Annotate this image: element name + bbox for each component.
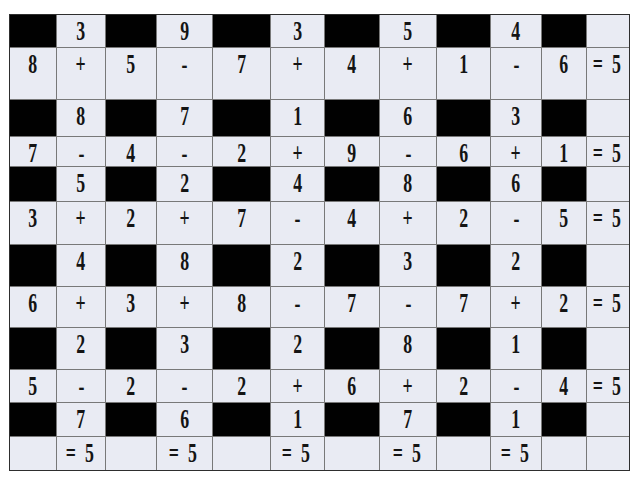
black-cell [106, 245, 156, 286]
number-cell: 8 [213, 287, 270, 327]
cell-text: + [511, 138, 521, 166]
cell-text: 3 [404, 246, 413, 276]
empty-cell [106, 437, 156, 470]
cell-text: 9 [348, 138, 357, 166]
black-cell [325, 100, 379, 136]
black-cell [542, 403, 586, 436]
number-cell: 7 [213, 202, 270, 244]
cell-text: 2 [512, 246, 521, 276]
cell-text: + [511, 288, 521, 318]
black-cell [213, 328, 270, 369]
black-cell [10, 245, 56, 286]
cell-text: 1 [293, 101, 302, 131]
cell-text: + [403, 371, 413, 401]
number-cell: 6 [10, 287, 56, 327]
number-cell: 6 [380, 100, 436, 136]
black-cell [437, 167, 490, 201]
cell-text: 2 [127, 203, 136, 233]
empty-cell [213, 437, 270, 470]
black-cell [542, 15, 586, 47]
empty-cell [587, 437, 629, 470]
number-cell: 6 [491, 167, 541, 201]
number-cell: 4 [325, 48, 379, 99]
cell-text: = 5 [393, 438, 423, 468]
cell-text: 5 [560, 203, 569, 233]
number-cell: 1 [491, 403, 541, 436]
black-cell [542, 245, 586, 286]
empty-cell [10, 437, 56, 470]
cell-text: 7 [459, 288, 468, 318]
black-cell [106, 328, 156, 369]
cell-text: = 5 [282, 438, 312, 468]
operator-cell: - [491, 202, 541, 244]
cell-text: - [405, 288, 411, 318]
operator-cell: - [380, 287, 436, 327]
number-cell: 4 [491, 15, 541, 47]
empty-cell [437, 437, 490, 470]
cell-text: - [513, 371, 519, 401]
number-cell: 2 [437, 370, 490, 402]
number-cell: 7 [325, 287, 379, 327]
cell-text: 2 [127, 371, 136, 401]
cell-text: 1 [512, 329, 521, 359]
number-cell: 2 [542, 287, 586, 327]
number-cell: 7 [157, 100, 212, 136]
cell-text: 4 [293, 168, 302, 198]
black-cell [325, 245, 379, 286]
number-cell: 6 [157, 403, 212, 436]
cell-text: 6 [404, 101, 413, 131]
empty-cell [325, 437, 379, 470]
black-cell [213, 167, 270, 201]
number-cell: 4 [542, 370, 586, 402]
cell-text: 9 [180, 16, 189, 46]
cell-text: = 5 [169, 438, 199, 468]
cell-text: 7 [29, 138, 38, 166]
black-cell [437, 245, 490, 286]
cell-text: 3 [127, 288, 136, 318]
number-cell: 1 [271, 403, 324, 436]
cell-text: 6 [180, 404, 189, 434]
cell-text: 6 [348, 371, 357, 401]
equals-cell: = 5 [271, 437, 324, 470]
black-cell [437, 100, 490, 136]
black-cell [10, 100, 56, 136]
number-cell: 5 [57, 167, 105, 201]
number-cell: 2 [106, 202, 156, 244]
cell-text: + [292, 371, 302, 401]
cell-text: 1 [459, 49, 468, 79]
number-cell: 3 [491, 100, 541, 136]
operator-cell: - [57, 137, 105, 166]
cell-text: 2 [459, 371, 468, 401]
equals-cell: = 5 [587, 370, 629, 402]
number-cell: 3 [106, 287, 156, 327]
cell-text: 8 [404, 168, 413, 198]
number-cell: 2 [157, 167, 212, 201]
operator-cell: - [157, 370, 212, 402]
cell-text: 7 [237, 203, 246, 233]
cell-text: 4 [512, 16, 521, 46]
number-cell: 2 [57, 328, 105, 369]
operator-cell: + [57, 202, 105, 244]
number-cell: 8 [57, 100, 105, 136]
operator-cell: + [271, 137, 324, 166]
cell-text: 2 [180, 168, 189, 198]
operator-cell: - [157, 48, 212, 99]
cell-text: 4 [560, 371, 569, 401]
empty-cell [587, 403, 629, 436]
equals-cell: = 5 [587, 202, 629, 244]
number-cell: 2 [271, 328, 324, 369]
operator-cell: + [491, 287, 541, 327]
operator-cell: + [271, 370, 324, 402]
cell-text: + [76, 288, 86, 318]
cell-text: 8 [77, 101, 86, 131]
operator-cell: + [271, 48, 324, 99]
number-cell: 6 [437, 137, 490, 166]
cell-text: 3 [29, 203, 38, 233]
operator-cell: - [491, 370, 541, 402]
cell-text: 1 [293, 404, 302, 434]
cell-text: 6 [29, 288, 38, 318]
cell-text: = 5 [593, 371, 623, 401]
number-cell: 8 [380, 328, 436, 369]
equals-cell: = 5 [587, 287, 629, 327]
black-cell [437, 328, 490, 369]
black-cell [213, 100, 270, 136]
cell-text: 1 [560, 138, 569, 166]
cell-text: 6 [459, 138, 468, 166]
number-cell: 1 [542, 137, 586, 166]
operator-cell: + [57, 287, 105, 327]
operator-cell: - [380, 137, 436, 166]
cell-text: 4 [77, 246, 86, 276]
empty-cell [587, 100, 629, 136]
cell-text: - [513, 203, 519, 233]
cell-text: 7 [348, 288, 357, 318]
black-cell [325, 15, 379, 47]
black-cell [10, 167, 56, 201]
operator-cell: - [271, 202, 324, 244]
operator-cell: - [271, 287, 324, 327]
cell-text: = 5 [501, 438, 531, 468]
black-cell [437, 403, 490, 436]
cell-text: 8 [29, 49, 38, 79]
black-cell [437, 15, 490, 47]
black-cell [325, 403, 379, 436]
cell-text: + [179, 203, 189, 233]
cell-text: - [295, 288, 301, 318]
cell-text: 3 [512, 101, 521, 131]
cell-text: 5 [77, 168, 86, 198]
empty-cell [542, 437, 586, 470]
cell-text: - [182, 49, 188, 79]
number-cell: 7 [57, 403, 105, 436]
black-cell [10, 15, 56, 47]
cell-text: - [78, 138, 84, 166]
black-cell [106, 167, 156, 201]
cell-text: 5 [29, 371, 38, 401]
cell-text: 2 [459, 203, 468, 233]
cell-text: + [179, 288, 189, 318]
operator-cell: + [57, 48, 105, 99]
number-cell: 8 [380, 167, 436, 201]
number-cell: 2 [213, 137, 270, 166]
number-cell: 5 [542, 202, 586, 244]
black-cell [213, 15, 270, 47]
black-cell [542, 100, 586, 136]
number-cell: 6 [542, 48, 586, 99]
number-cell: 1 [271, 100, 324, 136]
empty-cell [587, 328, 629, 369]
number-cell: 7 [213, 48, 270, 99]
cell-text: 7 [404, 404, 413, 434]
operator-cell: + [157, 287, 212, 327]
number-cell: 3 [10, 202, 56, 244]
cell-text: 8 [404, 329, 413, 359]
number-cell: 5 [106, 48, 156, 99]
number-cell: 7 [437, 287, 490, 327]
number-cell: 2 [271, 245, 324, 286]
operator-cell: + [380, 370, 436, 402]
number-cell: 1 [491, 328, 541, 369]
equals-cell: = 5 [57, 437, 105, 470]
cell-text: = 5 [593, 288, 623, 318]
cell-text: 2 [560, 288, 569, 318]
number-cell: 7 [10, 137, 56, 166]
cell-text: 3 [180, 329, 189, 359]
operator-cell: - [491, 48, 541, 99]
equals-cell: = 5 [587, 48, 629, 99]
cell-text: - [182, 371, 188, 401]
operator-cell: + [380, 48, 436, 99]
operator-cell: + [157, 202, 212, 244]
cell-text: 7 [180, 101, 189, 131]
operator-cell: - [57, 370, 105, 402]
black-cell [213, 403, 270, 436]
number-cell: 2 [491, 245, 541, 286]
cell-text: 4 [127, 138, 136, 166]
cell-text: - [295, 203, 301, 233]
black-cell [325, 167, 379, 201]
number-cell: 8 [10, 48, 56, 99]
cell-text: 5 [404, 16, 413, 46]
cell-text: + [292, 49, 302, 79]
number-cell: 4 [57, 245, 105, 286]
black-cell [10, 403, 56, 436]
number-cell: 4 [106, 137, 156, 166]
black-cell [542, 167, 586, 201]
cell-text: 2 [237, 138, 246, 166]
cell-text: 2 [77, 329, 86, 359]
number-cell: 4 [325, 202, 379, 244]
cell-text: 6 [560, 49, 569, 79]
black-cell [106, 403, 156, 436]
equals-cell: = 5 [157, 437, 212, 470]
cell-text: 4 [348, 49, 357, 79]
number-cell: 6 [325, 370, 379, 402]
number-cell: 8 [157, 245, 212, 286]
number-cell: 3 [157, 328, 212, 369]
cell-text: = 5 [593, 49, 623, 79]
cell-text: - [405, 138, 411, 166]
cell-text: + [76, 49, 86, 79]
operator-cell: + [491, 137, 541, 166]
cell-text: 3 [293, 16, 302, 46]
number-cell: 5 [10, 370, 56, 402]
cell-text: 7 [77, 404, 86, 434]
equals-cell: = 5 [491, 437, 541, 470]
number-cell: 4 [271, 167, 324, 201]
cell-text: = 5 [593, 138, 623, 166]
equals-cell: = 5 [380, 437, 436, 470]
number-cell: 5 [380, 15, 436, 47]
number-cell: 9 [157, 15, 212, 47]
cell-text: + [76, 203, 86, 233]
number-cell: 2 [213, 370, 270, 402]
number-cell: 2 [437, 202, 490, 244]
cell-text: 7 [237, 49, 246, 79]
black-cell [213, 245, 270, 286]
cell-text: 8 [180, 246, 189, 276]
operator-cell: - [157, 137, 212, 166]
cell-text: 4 [348, 203, 357, 233]
empty-cell [587, 167, 629, 201]
empty-cell [587, 245, 629, 286]
black-cell [106, 15, 156, 47]
cell-text: 2 [237, 371, 246, 401]
cell-text: - [182, 138, 188, 166]
cell-text: 5 [127, 49, 136, 79]
cell-text: 1 [512, 404, 521, 434]
cell-text: 6 [512, 168, 521, 198]
number-cell: 7 [380, 403, 436, 436]
operator-cell: + [380, 202, 436, 244]
number-cell: 3 [271, 15, 324, 47]
cell-text: = 5 [66, 438, 96, 468]
black-cell [542, 328, 586, 369]
cell-text: - [513, 49, 519, 79]
cell-text: + [403, 203, 413, 233]
number-cell: 2 [106, 370, 156, 402]
equals-cell: = 5 [587, 137, 629, 166]
number-cell: 9 [325, 137, 379, 166]
cell-text: 3 [77, 16, 86, 46]
black-cell [10, 328, 56, 369]
cell-text: 2 [293, 246, 302, 276]
empty-cell [587, 15, 629, 47]
cell-text: + [292, 138, 302, 166]
puzzle-grid: 393548+5-7+4+1-6= 5871637-4-2+9-6+1= 552… [9, 14, 630, 471]
cell-text: = 5 [593, 203, 623, 233]
black-cell [325, 328, 379, 369]
number-cell: 1 [437, 48, 490, 99]
black-cell [106, 100, 156, 136]
number-cell: 3 [57, 15, 105, 47]
cell-text: + [403, 49, 413, 79]
cell-text: 8 [237, 288, 246, 318]
number-cell: 3 [380, 245, 436, 286]
cell-text: 2 [293, 329, 302, 359]
cell-text: - [78, 371, 84, 401]
